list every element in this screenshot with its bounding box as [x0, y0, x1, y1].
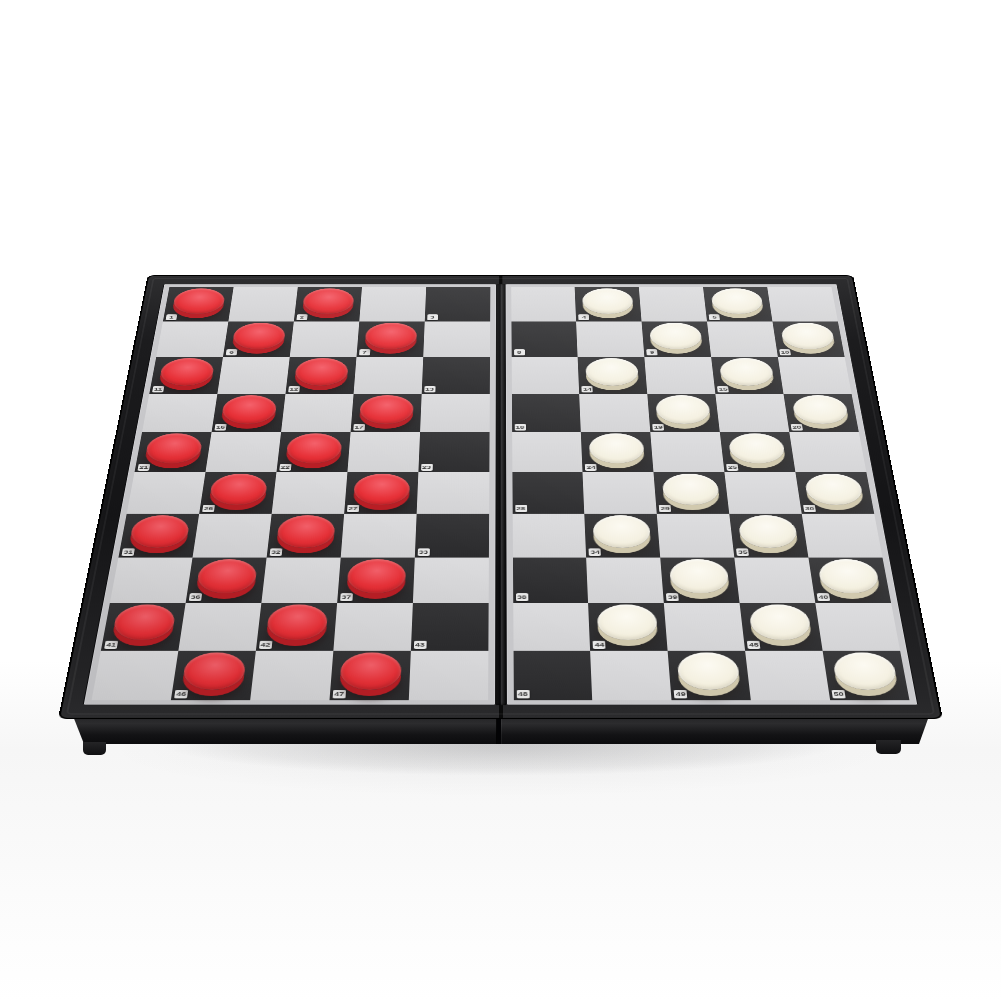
square-number-label: 19: [653, 424, 665, 431]
white-piece: [585, 358, 639, 386]
white-piece: [597, 605, 658, 641]
square-number-label: 17: [353, 424, 365, 431]
board-square: 34: [585, 514, 661, 558]
red-piece: [339, 652, 402, 689]
square-number-label: 35: [736, 548, 749, 556]
board-square: [217, 357, 289, 394]
square-number-label: 25: [726, 464, 738, 471]
square-number-label: 16: [214, 424, 226, 431]
board-square: [281, 394, 353, 432]
board-square: 28: [512, 472, 585, 514]
board-square: [333, 603, 412, 651]
board-square: 24: [581, 432, 654, 472]
board-square: [815, 603, 900, 651]
board-square: 15: [711, 357, 783, 394]
board-square: 27: [344, 472, 418, 514]
white-piece: [791, 395, 849, 424]
red-piece: [208, 474, 268, 505]
board-square: [645, 357, 716, 394]
board-square: [271, 472, 347, 514]
board-square: 13: [421, 357, 489, 394]
white-piece: [719, 358, 775, 386]
board-square: 49: [668, 650, 751, 700]
square-number-label: 6: [226, 349, 238, 355]
board-square: [657, 514, 734, 558]
board-square: [423, 321, 490, 356]
red-piece: [276, 515, 336, 548]
white-piece: [728, 434, 786, 464]
board-square: 18: [511, 394, 581, 432]
red-piece: [359, 395, 414, 424]
white-piece: [780, 323, 836, 350]
board-square: 21: [135, 432, 212, 472]
square-number-label: 4: [579, 314, 590, 320]
square-number-label: 32: [269, 548, 282, 556]
board-square: [127, 472, 206, 514]
board-square: 17: [350, 394, 421, 432]
square-number-label: 14: [582, 386, 593, 392]
board-square: 36: [186, 557, 267, 603]
board-square: 16: [211, 394, 285, 432]
board-square: 50: [823, 650, 910, 700]
board-square: 47: [329, 650, 410, 700]
board-square: [716, 394, 790, 432]
board-square: [579, 394, 650, 432]
square-number-label: 44: [593, 640, 606, 648]
white-piece: [677, 652, 741, 689]
board-square: 20: [784, 394, 859, 432]
board-square: [347, 432, 420, 472]
product-photo-background: 1236711121316172122232627313233363741424…: [0, 0, 1001, 1001]
board-square: 23: [418, 432, 489, 472]
white-piece: [804, 474, 865, 505]
square-number-label: 20: [791, 424, 803, 431]
red-piece: [220, 395, 277, 424]
square-number-label: 29: [659, 505, 671, 512]
board-square: [142, 394, 217, 432]
board-square: [745, 650, 830, 700]
board-square: [512, 514, 586, 558]
board-square: [789, 432, 866, 472]
board-cells-right: 4589101415181920242528293034353839404445…: [511, 287, 910, 700]
square-number-label: 23: [421, 464, 433, 471]
board-square: 35: [729, 514, 808, 558]
board-square: 38: [513, 557, 589, 603]
board-square: [586, 557, 664, 603]
square-number-label: 36: [189, 593, 202, 601]
board-square: 43: [410, 603, 488, 651]
board-square: [353, 357, 423, 394]
board-square: 44: [588, 603, 667, 651]
board-square: [576, 321, 644, 356]
white-piece: [738, 515, 799, 548]
square-number-label: 47: [332, 690, 345, 699]
square-number-label: 7: [359, 349, 370, 355]
board-square: [359, 287, 426, 321]
board-square: 14: [578, 357, 648, 394]
square-number-label: 2: [296, 314, 307, 320]
board-square: 42: [256, 603, 337, 651]
board-square: [707, 321, 778, 356]
board-square: [92, 650, 179, 700]
square-number-label: 34: [589, 548, 601, 556]
square-number-label: 43: [413, 640, 426, 648]
red-piece: [128, 515, 190, 548]
square-number-label: 10: [779, 349, 791, 355]
board-square: [513, 603, 591, 651]
board-square: 25: [720, 432, 796, 472]
board-square: 41: [101, 603, 186, 651]
red-piece: [195, 559, 258, 593]
white-piece: [748, 605, 812, 641]
board-half-right: 4589101415181920242528293034353839404445…: [504, 284, 918, 705]
red-piece: [302, 289, 355, 315]
square-number-label: 48: [516, 690, 529, 699]
board-square: 26: [199, 472, 276, 514]
board-square: 19: [648, 394, 720, 432]
square-number-label: 8: [514, 349, 525, 355]
board-square: [110, 557, 193, 603]
board-half-left: 1236711121316172122232627313233363741424…: [83, 284, 497, 705]
board-square: 5: [703, 287, 772, 321]
square-number-label: 30: [803, 505, 816, 512]
board-square: [261, 557, 340, 603]
square-number-label: 40: [817, 593, 831, 601]
square-number-label: 38: [516, 593, 528, 601]
board-square: 2: [294, 287, 362, 321]
square-number-label: 45: [747, 640, 761, 648]
square-number-label: 5: [709, 314, 720, 320]
square-number-label: 24: [585, 464, 597, 471]
red-piece: [265, 605, 328, 641]
red-piece: [172, 289, 226, 315]
square-number-label: 18: [514, 424, 525, 431]
square-number-label: 41: [104, 640, 118, 648]
board-square: 31: [118, 514, 199, 558]
square-number-label: 42: [259, 640, 272, 648]
square-number-label: 39: [666, 593, 679, 601]
frame-fold-seam-top: [499, 275, 502, 284]
board-square: 1: [163, 287, 234, 321]
board-square: [420, 394, 490, 432]
white-piece: [711, 289, 765, 315]
square-number-label: 3: [427, 314, 438, 320]
board-square: 46: [171, 650, 256, 700]
board-square: 6: [223, 321, 294, 356]
square-number-label: 12: [288, 386, 300, 392]
square-number-label: 15: [717, 386, 729, 392]
board-square: 40: [808, 557, 891, 603]
red-piece: [346, 559, 406, 593]
board-square: 29: [654, 472, 730, 514]
board-square: [340, 514, 416, 558]
board-square: [228, 287, 297, 321]
board-square: 8: [511, 321, 578, 356]
board-square: 33: [414, 514, 488, 558]
board-square: [205, 432, 280, 472]
board-cells-left: 1236711121316172122232627313233363741424…: [92, 287, 490, 700]
board-square: [725, 472, 802, 514]
frame-fold-seam-bottom: [499, 705, 503, 719]
board-square: [590, 650, 671, 700]
board-square: 39: [660, 557, 739, 603]
red-piece: [158, 358, 215, 386]
board-square: [512, 432, 583, 472]
red-piece: [111, 605, 176, 641]
playing-surface: 1236711121316172122232627313233363741424…: [83, 284, 919, 705]
board-square: [583, 472, 657, 514]
white-piece: [662, 474, 721, 505]
board-square: [639, 287, 707, 321]
square-number-label: 46: [174, 690, 188, 699]
square-number-label: 13: [424, 386, 435, 392]
red-piece: [232, 323, 287, 350]
square-number-label: 9: [646, 349, 657, 355]
board-square: [734, 557, 815, 603]
board-square: [511, 287, 577, 321]
board-square: [178, 603, 261, 651]
board-square: 7: [356, 321, 424, 356]
board-square: 11: [149, 357, 223, 394]
board-square: [802, 514, 883, 558]
square-number-label: 31: [122, 548, 135, 556]
square-number-label: 21: [137, 464, 150, 471]
board-square: [413, 557, 489, 603]
square-number-label: 22: [279, 464, 291, 471]
board-square: 32: [266, 514, 343, 558]
board-square: [408, 650, 488, 700]
red-piece: [364, 323, 417, 350]
board-square: 48: [513, 650, 593, 700]
board-square: [156, 321, 228, 356]
board-square: [416, 472, 489, 514]
board-square: 4: [575, 287, 642, 321]
square-number-label: 37: [340, 593, 353, 601]
board-square: 45: [740, 603, 823, 651]
square-number-label: 49: [674, 690, 688, 699]
board-square: [767, 287, 838, 321]
white-piece: [655, 395, 711, 424]
red-piece: [294, 358, 349, 386]
board-square: 22: [276, 432, 350, 472]
white-piece: [669, 559, 730, 593]
draughts-board: 1236711121316172122232627313233363741424…: [58, 275, 943, 719]
square-number-label: 26: [202, 505, 215, 512]
board-square: [778, 357, 852, 394]
white-piece: [582, 289, 634, 315]
red-piece: [144, 434, 203, 464]
photo-scene: 1236711121316172122232627313233363741424…: [0, 0, 1001, 1001]
board-square: [250, 650, 333, 700]
white-piece: [817, 559, 881, 593]
red-piece: [285, 434, 342, 464]
board-square: 3: [424, 287, 490, 321]
white-piece: [593, 515, 652, 548]
red-piece: [181, 652, 247, 689]
board-square: 30: [795, 472, 874, 514]
board-square: [290, 321, 359, 356]
white-piece: [832, 652, 899, 689]
board-square: 37: [337, 557, 415, 603]
white-piece: [649, 323, 703, 350]
square-number-label: 11: [152, 386, 164, 392]
square-number-label: 50: [832, 690, 846, 699]
white-piece: [589, 434, 645, 464]
board-square: [664, 603, 745, 651]
board-square: 10: [773, 321, 845, 356]
red-piece: [353, 474, 410, 505]
square-number-label: 27: [347, 505, 359, 512]
square-number-label: 33: [417, 548, 429, 556]
square-number-label: 1: [166, 314, 178, 320]
board-square: [651, 432, 725, 472]
square-number-label: 28: [515, 505, 527, 512]
board-square: 9: [642, 321, 711, 356]
board-square: 12: [285, 357, 356, 394]
board-square: [511, 357, 579, 394]
board-square: [192, 514, 271, 558]
